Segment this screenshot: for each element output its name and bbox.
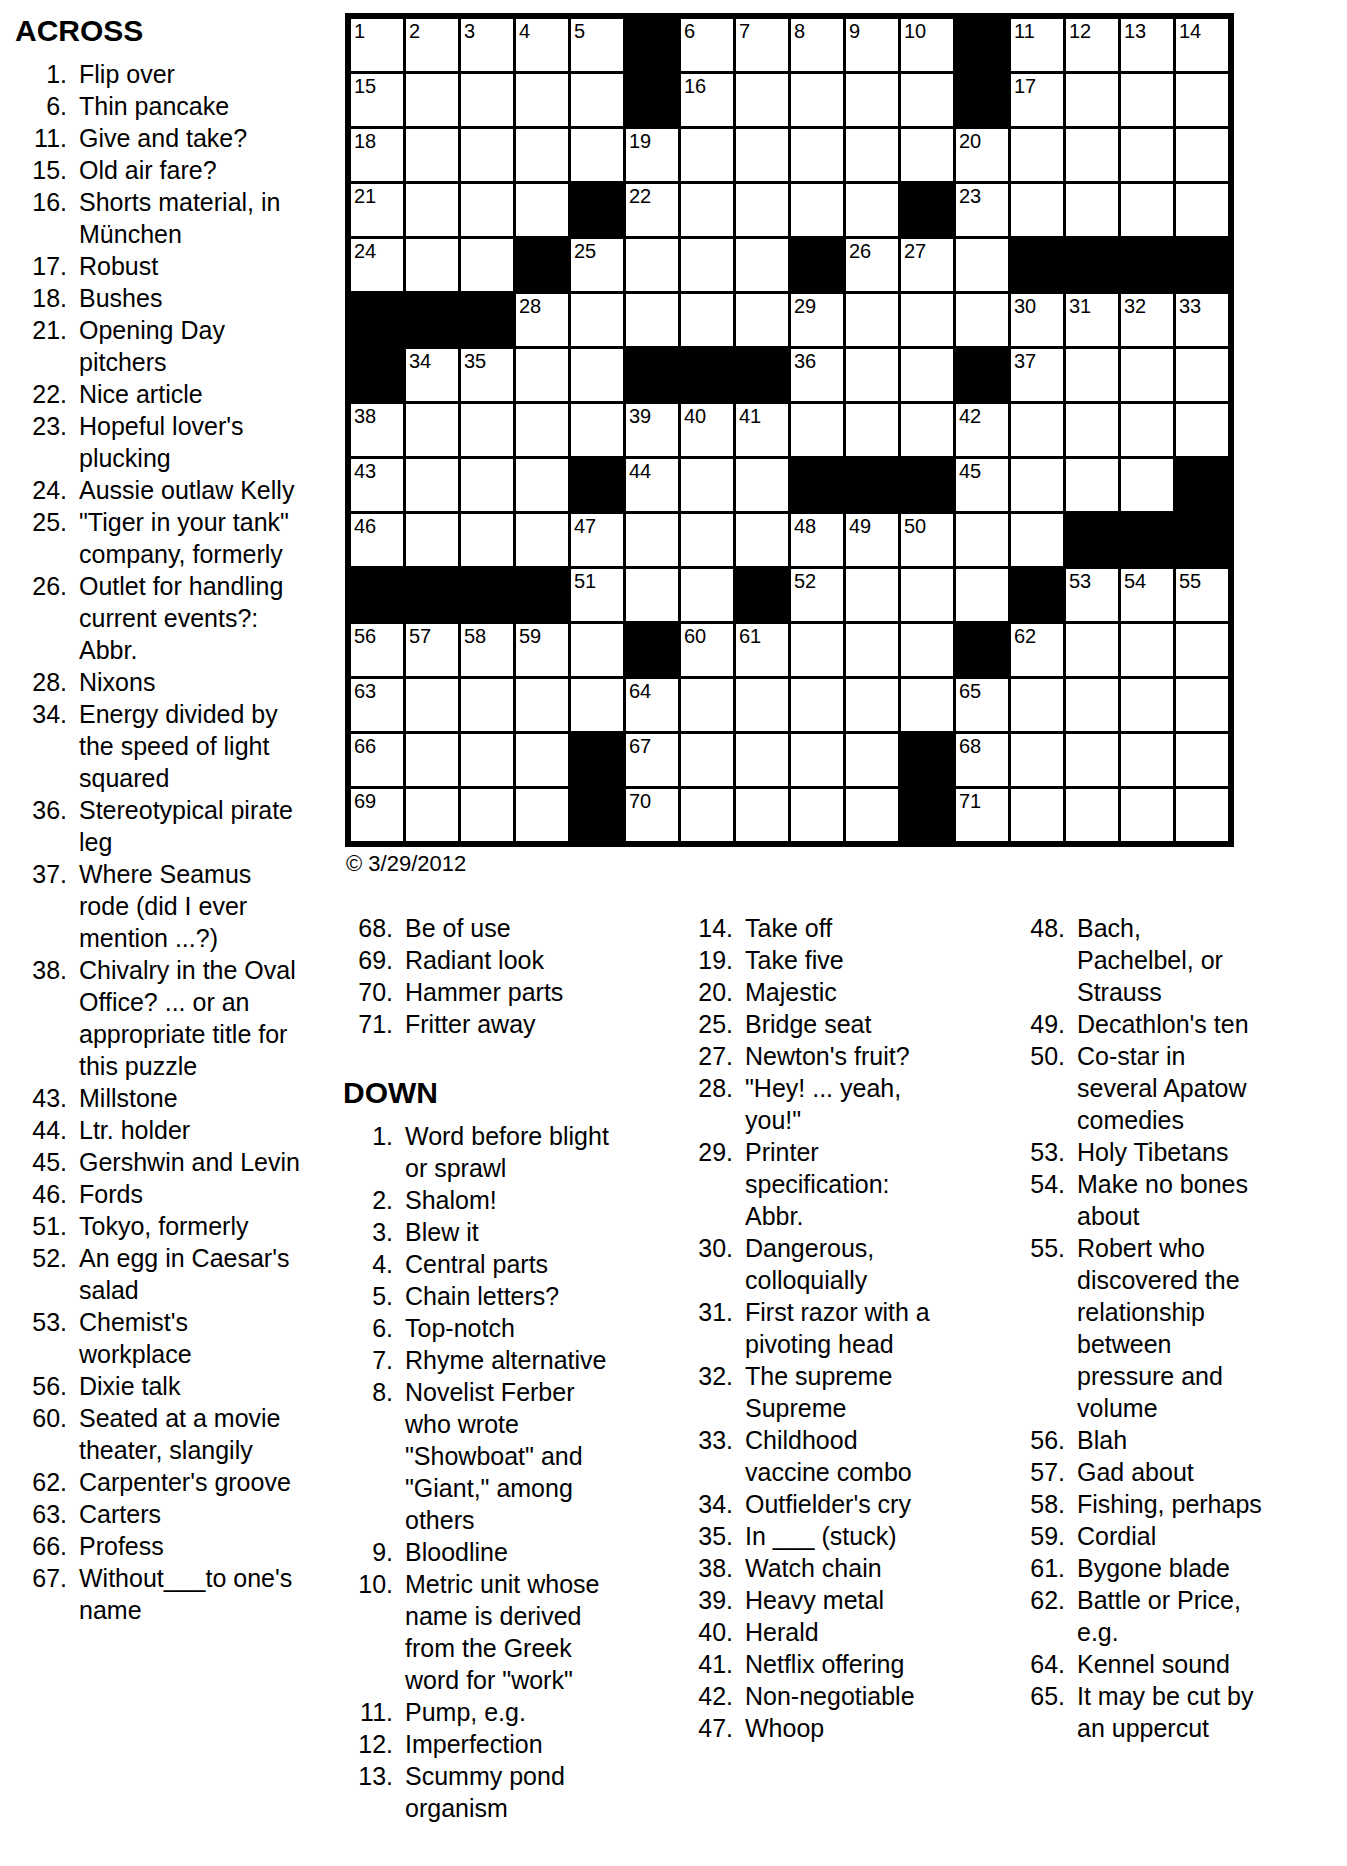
grid-cell[interactable]	[406, 514, 458, 566]
grid-cell[interactable]: 63	[351, 679, 403, 731]
grid-cell[interactable]	[956, 239, 1008, 291]
grid-cell[interactable]: 41	[736, 404, 788, 456]
grid-cell[interactable]: 70	[626, 789, 678, 841]
grid-cell[interactable]: 37	[1011, 349, 1063, 401]
grid-cell[interactable]: 32	[1121, 294, 1173, 346]
clue-text: Herald	[745, 1616, 945, 1648]
clue-number: 6.	[343, 1312, 393, 1344]
grid-cell[interactable]	[736, 294, 788, 346]
grid-cell[interactable]	[516, 679, 568, 731]
grid-cell[interactable]	[681, 734, 733, 786]
grid-cell[interactable]: 18	[351, 129, 403, 181]
grid-cell[interactable]	[791, 129, 843, 181]
grid-cell[interactable]	[791, 184, 843, 236]
clue-item: 6.Top-notch	[343, 1312, 620, 1344]
grid-cell[interactable]	[681, 679, 733, 731]
grid-cell[interactable]: 71	[956, 789, 1008, 841]
grid-cell[interactable]	[1011, 679, 1063, 731]
clue-item: 28.Nixons	[15, 666, 307, 698]
clue-text: Central parts	[405, 1248, 620, 1280]
grid-cell[interactable]	[736, 514, 788, 566]
grid-cell[interactable]	[846, 404, 898, 456]
grid-cell[interactable]	[1011, 184, 1063, 236]
grid-cell[interactable]: 6	[681, 19, 733, 71]
grid-cell[interactable]: 8	[791, 19, 843, 71]
cell-number: 61	[739, 625, 761, 647]
grid-cell[interactable]: 62	[1011, 624, 1063, 676]
grid-cell[interactable]	[736, 129, 788, 181]
clue-text: Gershwin and Levin	[79, 1146, 307, 1178]
clue-number: 25.	[688, 1008, 733, 1040]
grid-cell[interactable]	[1121, 679, 1173, 731]
grid-cell[interactable]	[461, 404, 513, 456]
grid-cell[interactable]	[901, 129, 953, 181]
grid-cell[interactable]	[846, 74, 898, 126]
grid-cell[interactable]: 11	[1011, 19, 1063, 71]
clue-text: Robert who discovered the relationship b…	[1077, 1232, 1262, 1424]
grid-cell[interactable]: 55	[1176, 569, 1228, 621]
across-header: ACROSS	[15, 14, 307, 48]
grid-cell[interactable]: 33	[1176, 294, 1228, 346]
grid-cell[interactable]	[406, 404, 458, 456]
grid-cell[interactable]	[1011, 789, 1063, 841]
grid-cell[interactable]: 20	[956, 129, 1008, 181]
grid-cell[interactable]: 68	[956, 734, 1008, 786]
grid-cell[interactable]	[681, 294, 733, 346]
grid-cell[interactable]	[956, 514, 1008, 566]
grid-cell[interactable]	[571, 679, 623, 731]
grid-cell[interactable]	[1066, 734, 1118, 786]
grid-cell[interactable]	[626, 514, 678, 566]
grid-cell[interactable]	[516, 459, 568, 511]
cell-number: 31	[1069, 295, 1091, 317]
grid-cell[interactable]: 50	[901, 514, 953, 566]
grid-cell[interactable]	[846, 569, 898, 621]
grid-cell[interactable]	[736, 74, 788, 126]
grid-cell[interactable]	[571, 349, 623, 401]
clue-text: "Hey! ... yeah, you!"	[745, 1072, 945, 1136]
grid-cell[interactable]: 24	[351, 239, 403, 291]
grid-cell[interactable]	[461, 459, 513, 511]
clue-text: Without___to one's name	[79, 1562, 307, 1626]
clue-item: 57.Gad about	[1020, 1456, 1262, 1488]
grid-cell[interactable]	[736, 239, 788, 291]
grid-cell[interactable]	[571, 404, 623, 456]
grid-cell[interactable]	[681, 789, 733, 841]
grid-cell[interactable]	[461, 789, 513, 841]
clue-text: Bygone blade	[1077, 1552, 1262, 1584]
cell-number: 27	[904, 240, 926, 262]
cell-number: 26	[849, 240, 871, 262]
down-clue-column-3: 48.Bach, Pachelbel, or Strauss49.Decathl…	[1020, 912, 1262, 1744]
grid-cell[interactable]	[571, 74, 623, 126]
clue-item: 43.Millstone	[15, 1082, 307, 1114]
grid-cell[interactable]	[846, 734, 898, 786]
grid-cell[interactable]	[846, 184, 898, 236]
grid-cell[interactable]	[516, 734, 568, 786]
grid-cell[interactable]	[846, 349, 898, 401]
clue-number: 11.	[15, 122, 67, 154]
down-clue-column-2: 14.Take off19.Take five20.Majestic25.Bri…	[688, 912, 945, 1744]
clue-text: Make no bones about	[1077, 1168, 1262, 1232]
grid-cell[interactable]	[846, 294, 898, 346]
grid-cell[interactable]: 40	[681, 404, 733, 456]
grid-cell[interactable]: 67	[626, 734, 678, 786]
grid-cell[interactable]: 16	[681, 74, 733, 126]
clue-item: 41.Netflix offering	[688, 1648, 945, 1680]
across-clue-list-2: 68.Be of use69.Radiant look70.Hammer par…	[343, 912, 620, 1040]
cell-number: 33	[1179, 295, 1201, 317]
clue-text: Robust	[79, 250, 307, 282]
grid-cell[interactable]	[571, 294, 623, 346]
grid-cell[interactable]	[1011, 129, 1063, 181]
clue-item: 65.It may be cut by an uppercut	[1020, 1680, 1262, 1744]
grid-cell[interactable]	[846, 129, 898, 181]
grid-cell[interactable]	[461, 734, 513, 786]
grid-cell[interactable]	[516, 74, 568, 126]
grid-cell[interactable]: 57	[406, 624, 458, 676]
grid-cell[interactable]: 31	[1066, 294, 1118, 346]
grid-cell[interactable]	[1121, 74, 1173, 126]
grid-cell[interactable]: 69	[351, 789, 403, 841]
cell-number: 66	[354, 735, 376, 757]
grid-cell[interactable]: 46	[351, 514, 403, 566]
grid-cell[interactable]: 14	[1176, 19, 1228, 71]
clue-number: 47.	[688, 1712, 733, 1744]
grid-cell[interactable]: 5	[571, 19, 623, 71]
clue-number: 3.	[343, 1216, 393, 1248]
grid-cell[interactable]	[406, 679, 458, 731]
grid-cell[interactable]	[1066, 129, 1118, 181]
grid-cell[interactable]	[1066, 459, 1118, 511]
grid-cell[interactable]	[1066, 74, 1118, 126]
clue-number: 18.	[15, 282, 67, 314]
clue-number: 69.	[343, 944, 393, 976]
grid-cell[interactable]	[461, 129, 513, 181]
clue-number: 41.	[688, 1648, 733, 1680]
grid-cell[interactable]: 26	[846, 239, 898, 291]
grid-cell[interactable]: 56	[351, 624, 403, 676]
grid-cell[interactable]: 39	[626, 404, 678, 456]
grid-cell[interactable]	[626, 569, 678, 621]
clue-item: 40.Herald	[688, 1616, 945, 1648]
grid-cell[interactable]	[791, 789, 843, 841]
clue-text: Decathlon's ten	[1077, 1008, 1262, 1040]
grid-cell[interactable]	[406, 789, 458, 841]
grid-cell[interactable]: 3	[461, 19, 513, 71]
black-cell	[1011, 569, 1063, 621]
clue-number: 48.	[1020, 912, 1065, 1008]
grid-cell[interactable]	[1066, 349, 1118, 401]
grid-cell[interactable]	[1011, 514, 1063, 566]
clue-item: 10.Metric unit whose name is derived fro…	[343, 1568, 620, 1696]
grid-cell[interactable]	[791, 74, 843, 126]
clue-number: 9.	[343, 1536, 393, 1568]
clue-item: 62.Carpenter's groove	[15, 1466, 307, 1498]
cell-number: 50	[904, 515, 926, 537]
grid-cell[interactable]	[1176, 679, 1228, 731]
cell-number: 45	[959, 460, 981, 482]
clue-item: 21.Opening Day pitchers	[15, 314, 307, 378]
grid-cell[interactable]	[1011, 459, 1063, 511]
black-cell	[351, 294, 403, 346]
cell-number: 11	[1014, 20, 1035, 42]
grid-cell[interactable]	[406, 459, 458, 511]
grid-cell[interactable]	[1176, 734, 1228, 786]
grid-cell[interactable]: 43	[351, 459, 403, 511]
grid-cell[interactable]	[681, 569, 733, 621]
grid-cell[interactable]: 42	[956, 404, 1008, 456]
grid-cell[interactable]: 54	[1121, 569, 1173, 621]
grid-cell[interactable]	[791, 734, 843, 786]
grid-cell[interactable]	[1176, 789, 1228, 841]
clue-number: 62.	[15, 1466, 67, 1498]
grid-cell[interactable]	[956, 569, 1008, 621]
grid-cell[interactable]	[1066, 184, 1118, 236]
grid-cell[interactable]	[1176, 349, 1228, 401]
clue-number: 16.	[15, 186, 67, 250]
grid-cell[interactable]	[901, 569, 953, 621]
clue-number: 22.	[15, 378, 67, 410]
grid-cell[interactable]: 9	[846, 19, 898, 71]
clue-text: Top-notch	[405, 1312, 620, 1344]
clue-item: 62.Battle or Price, e.g.	[1020, 1584, 1262, 1648]
grid-cell[interactable]: 12	[1066, 19, 1118, 71]
grid-cell[interactable]: 13	[1121, 19, 1173, 71]
grid-cell[interactable]	[736, 459, 788, 511]
grid-cell[interactable]: 17	[1011, 74, 1063, 126]
clue-item: 54.Make no bones about	[1020, 1168, 1262, 1232]
down-clue-list-1: 1.Word before blight or sprawl2.Shalom!3…	[343, 1120, 620, 1824]
clue-text: Blah	[1077, 1424, 1262, 1456]
grid-cell[interactable]: 47	[571, 514, 623, 566]
grid-cell[interactable]	[736, 789, 788, 841]
grid-cell[interactable]	[901, 624, 953, 676]
grid-cell[interactable]	[846, 789, 898, 841]
grid-cell[interactable]: 23	[956, 184, 1008, 236]
clue-text: Tokyo, formerly	[79, 1210, 307, 1242]
clue-number: 27.	[688, 1040, 733, 1072]
grid-cell[interactable]	[406, 74, 458, 126]
grid-cell[interactable]	[461, 514, 513, 566]
grid-cell[interactable]	[901, 404, 953, 456]
grid-cell[interactable]	[461, 74, 513, 126]
grid-cell[interactable]: 15	[351, 74, 403, 126]
grid-cell[interactable]: 1	[351, 19, 403, 71]
clue-text: Gad about	[1077, 1456, 1262, 1488]
clue-text: Be of use	[405, 912, 620, 944]
grid-cell[interactable]: 35	[461, 349, 513, 401]
grid-cell[interactable]	[901, 679, 953, 731]
grid-cell[interactable]	[736, 679, 788, 731]
grid-cell[interactable]	[791, 404, 843, 456]
black-cell	[351, 349, 403, 401]
black-cell	[956, 19, 1008, 71]
clue-item: 17.Robust	[15, 250, 307, 282]
grid-cell[interactable]	[1121, 459, 1173, 511]
grid-cell[interactable]: 19	[626, 129, 678, 181]
grid-cell[interactable]	[1066, 679, 1118, 731]
grid-cell[interactable]	[571, 129, 623, 181]
grid-cell[interactable]: 49	[846, 514, 898, 566]
grid-cell[interactable]	[791, 624, 843, 676]
grid-cell[interactable]	[461, 679, 513, 731]
grid-cell[interactable]: 48	[791, 514, 843, 566]
clue-number: 52.	[15, 1242, 67, 1306]
grid-cell[interactable]	[1066, 789, 1118, 841]
clue-number: 1.	[343, 1120, 393, 1184]
grid-cell[interactable]: 38	[351, 404, 403, 456]
cell-number: 53	[1069, 570, 1091, 592]
grid-cell[interactable]	[1176, 624, 1228, 676]
grid-cell[interactable]	[406, 129, 458, 181]
grid-cell[interactable]	[846, 679, 898, 731]
grid-cell[interactable]	[681, 184, 733, 236]
grid-cell[interactable]: 65	[956, 679, 1008, 731]
grid-cell[interactable]: 58	[461, 624, 513, 676]
clue-number: 68.	[343, 912, 393, 944]
grid-cell[interactable]: 64	[626, 679, 678, 731]
grid-cell[interactable]	[1176, 184, 1228, 236]
clue-item: 56.Dixie talk	[15, 1370, 307, 1402]
cell-number: 3	[464, 20, 475, 42]
clue-item: 55.Robert who discovered the relationshi…	[1020, 1232, 1262, 1424]
grid-cell[interactable]	[956, 294, 1008, 346]
grid-cell[interactable]	[516, 404, 568, 456]
grid-cell[interactable]: 52	[791, 569, 843, 621]
cell-number: 42	[959, 405, 981, 427]
clue-item: 49.Decathlon's ten	[1020, 1008, 1262, 1040]
clue-text: Printer specification: Abbr.	[745, 1136, 945, 1232]
grid-cell[interactable]: 2	[406, 19, 458, 71]
clue-text: Whoop	[745, 1712, 945, 1744]
grid-cell[interactable]	[681, 239, 733, 291]
clue-item: 25.Bridge seat	[688, 1008, 945, 1040]
grid-cell[interactable]: 51	[571, 569, 623, 621]
grid-cell[interactable]	[461, 184, 513, 236]
grid-cell[interactable]	[1121, 789, 1173, 841]
grid-cell[interactable]: 29	[791, 294, 843, 346]
grid-cell[interactable]: 4	[516, 19, 568, 71]
grid-cell[interactable]	[1121, 349, 1173, 401]
grid-cell[interactable]: 28	[516, 294, 568, 346]
grid-cell[interactable]	[626, 294, 678, 346]
grid-cell[interactable]	[516, 789, 568, 841]
grid-cell[interactable]	[1011, 734, 1063, 786]
grid-cell[interactable]	[1176, 74, 1228, 126]
grid-cell[interactable]: 44	[626, 459, 678, 511]
clue-text: Majestic	[745, 976, 945, 1008]
grid-cell[interactable]: 66	[351, 734, 403, 786]
grid-cell[interactable]	[1121, 129, 1173, 181]
grid-cell[interactable]: 10	[901, 19, 953, 71]
clue-number: 26.	[15, 570, 67, 666]
grid-cell[interactable]	[901, 349, 953, 401]
grid-cell[interactable]	[1176, 129, 1228, 181]
grid-cell[interactable]	[1121, 404, 1173, 456]
grid-cell[interactable]	[406, 734, 458, 786]
grid-cell[interactable]	[406, 184, 458, 236]
cell-number: 10	[904, 20, 926, 42]
grid-cell[interactable]: 36	[791, 349, 843, 401]
grid-cell[interactable]	[736, 734, 788, 786]
grid-cell[interactable]	[1121, 184, 1173, 236]
grid-cell[interactable]	[406, 239, 458, 291]
grid-cell[interactable]: 25	[571, 239, 623, 291]
grid-cell[interactable]	[461, 239, 513, 291]
grid-cell[interactable]	[516, 349, 568, 401]
clue-number: 40.	[688, 1616, 733, 1648]
grid-cell[interactable]	[571, 624, 623, 676]
grid-cell[interactable]: 21	[351, 184, 403, 236]
grid-cell[interactable]: 53	[1066, 569, 1118, 621]
clue-number: 66.	[15, 1530, 67, 1562]
grid-cell[interactable]	[1066, 404, 1118, 456]
grid-cell[interactable]	[626, 239, 678, 291]
grid-cell[interactable]	[1121, 734, 1173, 786]
clue-item: 52.An egg in Caesar's salad	[15, 1242, 307, 1306]
cell-number: 22	[629, 185, 651, 207]
grid-cell[interactable]	[791, 679, 843, 731]
cell-number: 16	[684, 75, 706, 97]
clue-text: Stereotypical pirate leg	[79, 794, 307, 858]
clue-number: 28.	[15, 666, 67, 698]
clue-number: 37.	[15, 858, 67, 954]
grid-cell[interactable]	[1121, 624, 1173, 676]
grid-cell[interactable]	[681, 129, 733, 181]
grid-cell[interactable]: 30	[1011, 294, 1063, 346]
cell-number: 24	[354, 240, 376, 262]
clue-item: 26.Outlet for handling current events?: …	[15, 570, 307, 666]
cell-number: 54	[1124, 570, 1146, 592]
grid-cell[interactable]	[681, 459, 733, 511]
grid-cell[interactable]: 59	[516, 624, 568, 676]
across-clue-column: ACROSS 1.Flip over6.Thin pancake11.Give …	[15, 14, 307, 1626]
black-cell	[516, 239, 568, 291]
clue-number: 70.	[343, 976, 393, 1008]
grid-cell[interactable]: 27	[901, 239, 953, 291]
grid-cell[interactable]	[516, 129, 568, 181]
clue-text: Bloodline	[405, 1536, 620, 1568]
grid-cell[interactable]: 34	[406, 349, 458, 401]
clue-number: 6.	[15, 90, 67, 122]
clue-text: Nice article	[79, 378, 307, 410]
clue-number: 46.	[15, 1178, 67, 1210]
grid-cell[interactable]: 22	[626, 184, 678, 236]
grid-cell[interactable]	[901, 294, 953, 346]
grid-cell[interactable]: 61	[736, 624, 788, 676]
clue-item: 53.Holy Tibetans	[1020, 1136, 1262, 1168]
grid-cell[interactable]: 7	[736, 19, 788, 71]
clue-item: 12.Imperfection	[343, 1728, 620, 1760]
grid-cell[interactable]	[516, 514, 568, 566]
grid-cell[interactable]	[1011, 404, 1063, 456]
grid-cell[interactable]	[1066, 624, 1118, 676]
clue-number: 58.	[1020, 1488, 1065, 1520]
clue-text: Bridge seat	[745, 1008, 945, 1040]
grid-cell[interactable]	[846, 624, 898, 676]
grid-cell[interactable]: 60	[681, 624, 733, 676]
clue-item: 33.Childhood vaccine combo	[688, 1424, 945, 1488]
clue-number: 57.	[1020, 1456, 1065, 1488]
clue-text: Chivalry in the Oval Office? ... or an a…	[79, 954, 307, 1082]
grid-cell[interactable]: 45	[956, 459, 1008, 511]
grid-cell[interactable]	[516, 184, 568, 236]
grid-cell[interactable]	[736, 184, 788, 236]
grid-cell[interactable]	[681, 514, 733, 566]
grid-cell[interactable]	[1176, 404, 1228, 456]
grid-cell[interactable]	[901, 74, 953, 126]
